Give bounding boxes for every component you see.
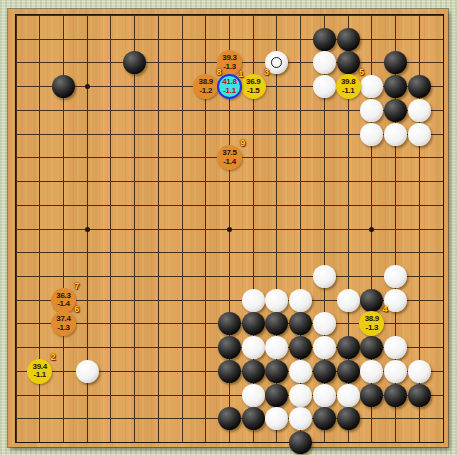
hint-C7[interactable]: 36.3-1.47 [51,288,76,313]
stone-white-L3 [242,384,265,407]
stone-white-L5 [242,336,265,359]
star-point [369,227,374,232]
stone-white-S15 [408,99,431,122]
stone-white-R7 [384,289,407,312]
hint-score: -1.1 [223,87,236,96]
hint-rank-number: 9 [240,139,245,148]
stone-black-N1 [289,431,312,454]
stone-black-Q7 [360,289,383,312]
hint-winrate: 36.9 [246,78,260,87]
stone-white-S14 [408,123,431,146]
hint-winrate: 38.9 [365,315,379,324]
hint-P16[interactable]: 39.8-1.15 [336,74,361,99]
hint-winrate: 41.8 [222,78,236,87]
hint-score: -1.4 [57,300,70,309]
hint-winrate: 36.3 [56,292,70,301]
hint-score: -1.3 [57,324,70,333]
stone-black-P2 [337,407,360,430]
stone-white-R4 [384,360,407,383]
stone-white-Q14 [360,123,383,146]
stone-black-O18 [313,28,336,51]
stone-white-R5 [384,336,407,359]
hint-winrate: 39.3 [222,54,236,63]
star-point [85,227,90,232]
stone-white-R14 [384,123,407,146]
hint-winrate: 37.4 [56,315,70,324]
stone-black-R3 [384,384,407,407]
stone-black-K4 [218,360,241,383]
stone-white-O5 [313,336,336,359]
stone-black-L4 [242,360,265,383]
hint-B4[interactable]: 39.4-1.12 [27,359,52,384]
hint-rank-number: 7 [74,282,79,291]
stone-white-R8 [384,265,407,288]
hint-K16[interactable]: 41.8-1.11 [217,74,242,99]
stone-white-N4 [289,360,312,383]
stone-black-O4 [313,360,336,383]
hint-winrate: 38.9 [199,78,213,87]
stone-black-M3 [265,384,288,407]
stone-white-Q4 [360,360,383,383]
stone-black-R15 [384,99,407,122]
hint-score: -1.4 [223,158,236,167]
hint-rank-number: 1 [238,70,243,79]
star-point [227,227,232,232]
hint-rank-number: 3 [264,68,269,77]
stone-black-P17 [337,51,360,74]
stone-black-L6 [242,312,265,335]
last-move-marker [271,57,282,68]
hint-score: -1.3 [223,63,236,72]
stone-white-O16 [313,75,336,98]
hint-score: -1.3 [366,324,379,333]
stone-white-S4 [408,360,431,383]
stone-black-Q3 [360,384,383,407]
stone-white-O3 [313,384,336,407]
stone-white-D4 [76,360,99,383]
stone-white-O8 [313,265,336,288]
go-board[interactable]: 39.3-1.337.5-1.4938.9-1.2836.3-1.4737.4-… [8,9,448,447]
stone-black-S3 [408,384,431,407]
hint-rank-number: 6 [74,305,79,314]
stone-white-L7 [242,289,265,312]
app-background: { "game": "go", "board_size": 19, "windo… [0,0,457,455]
stone-white-N7 [289,289,312,312]
hint-score: -1.5 [247,87,260,96]
hint-rank-number: 2 [51,353,56,362]
hint-rank-number: 8 [217,68,222,77]
stone-black-O2 [313,407,336,430]
stone-black-K5 [218,336,241,359]
hint-winrate: 39.4 [33,363,47,372]
stone-white-P7 [337,289,360,312]
stone-black-S16 [408,75,431,98]
stone-black-L2 [242,407,265,430]
stone-white-M7 [265,289,288,312]
stone-black-P5 [337,336,360,359]
star-point [85,84,90,89]
stone-black-C16 [52,75,75,98]
hint-score: -1.1 [342,87,355,96]
stone-black-P18 [337,28,360,51]
stone-white-N3 [289,384,312,407]
hint-winrate: 39.8 [341,78,355,87]
hint-rank-number: 4 [383,305,388,314]
hint-score: -1.1 [33,371,46,380]
hint-L16[interactable]: 36.9-1.53 [241,74,266,99]
hint-score: -1.2 [199,87,212,96]
hint-winrate: 37.5 [222,149,236,158]
hint-rank-number: 5 [359,68,364,77]
stone-black-P4 [337,360,360,383]
stone-white-P3 [337,384,360,407]
